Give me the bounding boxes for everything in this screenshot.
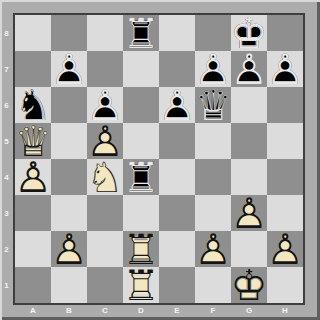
pawn-glyph-fill: ♟ bbox=[195, 232, 231, 268]
square-h7: ♟♙ bbox=[267, 51, 303, 87]
pawn-glyph-fill: ♟ bbox=[15, 160, 51, 196]
file-label-e: E bbox=[159, 303, 195, 318]
piece-black-rook-d8: ♜♖ bbox=[123, 15, 159, 51]
square-f7: ♟♙ bbox=[195, 51, 231, 87]
rank-label-1: 1 bbox=[0, 267, 13, 303]
square-h6 bbox=[267, 87, 303, 123]
square-g8: ♚♔ bbox=[231, 15, 267, 51]
rank-label-6: 6 bbox=[0, 87, 13, 123]
file-label-c: C bbox=[87, 303, 123, 318]
piece-black-king-g8: ♚♔ bbox=[231, 15, 267, 51]
piece-white-queen-a5: ♛♕ bbox=[15, 123, 51, 159]
queen-glyph-fill: ♛ bbox=[15, 124, 51, 160]
square-f4 bbox=[195, 159, 231, 195]
rook-glyph-outline: ♖ bbox=[123, 160, 159, 196]
piece-white-pawn-g3: ♟♙ bbox=[231, 195, 267, 231]
square-a7 bbox=[15, 51, 51, 87]
king-glyph-outline: ♔ bbox=[231, 16, 267, 52]
knight-glyph-outline: ♘ bbox=[87, 160, 123, 196]
square-f3 bbox=[195, 195, 231, 231]
piece-black-rook-d4: ♜♖ bbox=[123, 159, 159, 195]
rook-glyph-fill: ♜ bbox=[123, 16, 159, 52]
pawn-glyph-fill: ♟ bbox=[51, 232, 87, 268]
square-c5: ♟♙ bbox=[87, 123, 123, 159]
square-b4 bbox=[51, 159, 87, 195]
square-f2: ♟♙ bbox=[195, 231, 231, 267]
square-b2: ♟♙ bbox=[51, 231, 87, 267]
rank-label-2: 2 bbox=[0, 231, 13, 267]
square-e8 bbox=[159, 15, 195, 51]
file-label-f: F bbox=[195, 303, 231, 318]
pawn-glyph-outline: ♙ bbox=[231, 196, 267, 232]
king-glyph-outline: ♔ bbox=[231, 268, 267, 304]
pawn-glyph-outline: ♙ bbox=[51, 232, 87, 268]
pawn-glyph-outline: ♙ bbox=[267, 232, 303, 268]
rank-label-7: 7 bbox=[0, 51, 13, 87]
file-label-d: D bbox=[123, 303, 159, 318]
file-labels: ABCDEFGH bbox=[15, 303, 303, 318]
square-h1 bbox=[267, 267, 303, 303]
square-d7 bbox=[123, 51, 159, 87]
square-c3 bbox=[87, 195, 123, 231]
piece-white-pawn-f2: ♟♙ bbox=[195, 231, 231, 267]
piece-white-rook-d1: ♜♖ bbox=[123, 267, 159, 303]
pawn-glyph-outline: ♙ bbox=[51, 52, 87, 88]
pawn-glyph-fill: ♟ bbox=[267, 52, 303, 88]
chess-board: ♜♖♚♔♟♙♟♙♟♙♟♙♞♘♟♙♟♙♛♕♛♕♟♙♟♙♞♘♜♖♟♙♟♙♜♖♟♙♟♙… bbox=[15, 15, 303, 303]
square-h8 bbox=[267, 15, 303, 51]
square-a4: ♟♙ bbox=[15, 159, 51, 195]
pawn-glyph-fill: ♟ bbox=[231, 196, 267, 232]
rook-glyph-fill: ♜ bbox=[123, 160, 159, 196]
square-c6: ♟♙ bbox=[87, 87, 123, 123]
square-c7 bbox=[87, 51, 123, 87]
rank-labels: 87654321 bbox=[0, 15, 13, 303]
rook-glyph-outline: ♖ bbox=[123, 232, 159, 268]
piece-black-pawn-f7: ♟♙ bbox=[195, 51, 231, 87]
knight-glyph-fill: ♞ bbox=[87, 160, 123, 196]
rook-glyph-outline: ♖ bbox=[123, 268, 159, 304]
piece-black-pawn-e6: ♟♙ bbox=[159, 87, 195, 123]
pawn-glyph-fill: ♟ bbox=[267, 232, 303, 268]
piece-white-pawn-a4: ♟♙ bbox=[15, 159, 51, 195]
piece-white-pawn-c5: ♟♙ bbox=[87, 123, 123, 159]
square-f5 bbox=[195, 123, 231, 159]
square-a3 bbox=[15, 195, 51, 231]
square-d4: ♜♖ bbox=[123, 159, 159, 195]
rook-glyph-fill: ♜ bbox=[123, 268, 159, 304]
square-g2 bbox=[231, 231, 267, 267]
piece-white-king-g1: ♚♔ bbox=[231, 267, 267, 303]
square-b6 bbox=[51, 87, 87, 123]
square-b3 bbox=[51, 195, 87, 231]
pawn-glyph-outline: ♙ bbox=[87, 88, 123, 124]
square-b1 bbox=[51, 267, 87, 303]
pawn-glyph-fill: ♟ bbox=[51, 52, 87, 88]
square-c8 bbox=[87, 15, 123, 51]
file-label-g: G bbox=[231, 303, 267, 318]
square-f1 bbox=[195, 267, 231, 303]
file-label-a: A bbox=[15, 303, 51, 318]
square-g1: ♚♔ bbox=[231, 267, 267, 303]
square-g7: ♟♙ bbox=[231, 51, 267, 87]
queen-glyph-outline: ♕ bbox=[195, 88, 231, 124]
pawn-glyph-outline: ♙ bbox=[159, 88, 195, 124]
rank-label-5: 5 bbox=[0, 123, 13, 159]
file-label-b: B bbox=[51, 303, 87, 318]
square-f8 bbox=[195, 15, 231, 51]
square-g6 bbox=[231, 87, 267, 123]
chess-diagram-frame: 87654321 ABCDEFGH ♜♖♚♔♟♙♟♙♟♙♟♙♞♘♟♙♟♙♛♕♛♕… bbox=[0, 0, 320, 320]
square-f6: ♛♕ bbox=[195, 87, 231, 123]
pawn-glyph-fill: ♟ bbox=[159, 88, 195, 124]
knight-glyph-fill: ♞ bbox=[15, 88, 51, 124]
queen-glyph-outline: ♕ bbox=[15, 124, 51, 160]
square-e3 bbox=[159, 195, 195, 231]
rank-label-4: 4 bbox=[0, 159, 13, 195]
king-glyph-fill: ♚ bbox=[231, 268, 267, 304]
square-e6: ♟♙ bbox=[159, 87, 195, 123]
square-a8 bbox=[15, 15, 51, 51]
pawn-glyph-outline: ♙ bbox=[195, 52, 231, 88]
square-e7 bbox=[159, 51, 195, 87]
pawn-glyph-outline: ♙ bbox=[87, 124, 123, 160]
square-d5 bbox=[123, 123, 159, 159]
rook-glyph-outline: ♖ bbox=[123, 16, 159, 52]
square-e1 bbox=[159, 267, 195, 303]
square-b7: ♟♙ bbox=[51, 51, 87, 87]
square-c1 bbox=[87, 267, 123, 303]
piece-white-rook-d2: ♜♖ bbox=[123, 231, 159, 267]
rank-label-8: 8 bbox=[0, 15, 13, 51]
pawn-glyph-outline: ♙ bbox=[195, 232, 231, 268]
square-g5 bbox=[231, 123, 267, 159]
square-b5 bbox=[51, 123, 87, 159]
square-g3: ♟♙ bbox=[231, 195, 267, 231]
square-a1 bbox=[15, 267, 51, 303]
pawn-glyph-fill: ♟ bbox=[231, 52, 267, 88]
pawn-glyph-fill: ♟ bbox=[87, 88, 123, 124]
piece-black-knight-a6: ♞♘ bbox=[15, 87, 51, 123]
square-b8 bbox=[51, 15, 87, 51]
king-glyph-fill: ♚ bbox=[231, 16, 267, 52]
pawn-glyph-fill: ♟ bbox=[195, 52, 231, 88]
square-d1: ♜♖ bbox=[123, 267, 159, 303]
piece-black-pawn-b7: ♟♙ bbox=[51, 51, 87, 87]
square-a2 bbox=[15, 231, 51, 267]
square-c4: ♞♘ bbox=[87, 159, 123, 195]
piece-black-pawn-g7: ♟♙ bbox=[231, 51, 267, 87]
square-h4 bbox=[267, 159, 303, 195]
square-d8: ♜♖ bbox=[123, 15, 159, 51]
piece-white-pawn-h2: ♟♙ bbox=[267, 231, 303, 267]
square-g4 bbox=[231, 159, 267, 195]
board-outline: ♜♖♚♔♟♙♟♙♟♙♟♙♞♘♟♙♟♙♛♕♛♕♟♙♟♙♞♘♜♖♟♙♟♙♜♖♟♙♟♙… bbox=[13, 13, 305, 305]
pawn-glyph-fill: ♟ bbox=[87, 124, 123, 160]
rook-glyph-fill: ♜ bbox=[123, 232, 159, 268]
square-a6: ♞♘ bbox=[15, 87, 51, 123]
piece-black-pawn-h7: ♟♙ bbox=[267, 51, 303, 87]
pawn-glyph-outline: ♙ bbox=[267, 52, 303, 88]
knight-glyph-outline: ♘ bbox=[15, 88, 51, 124]
square-a5: ♛♕ bbox=[15, 123, 51, 159]
piece-black-pawn-c6: ♟♙ bbox=[87, 87, 123, 123]
square-e4 bbox=[159, 159, 195, 195]
square-e2 bbox=[159, 231, 195, 267]
square-h5 bbox=[267, 123, 303, 159]
square-d2: ♜♖ bbox=[123, 231, 159, 267]
piece-white-pawn-b2: ♟♙ bbox=[51, 231, 87, 267]
pawn-glyph-outline: ♙ bbox=[231, 52, 267, 88]
queen-glyph-fill: ♛ bbox=[195, 88, 231, 124]
pawn-glyph-outline: ♙ bbox=[15, 160, 51, 196]
piece-black-queen-f6: ♛♕ bbox=[195, 87, 231, 123]
square-h3 bbox=[267, 195, 303, 231]
rank-label-3: 3 bbox=[0, 195, 13, 231]
square-c2 bbox=[87, 231, 123, 267]
file-label-h: H bbox=[267, 303, 303, 318]
square-d3 bbox=[123, 195, 159, 231]
piece-white-knight-c4: ♞♘ bbox=[87, 159, 123, 195]
square-e5 bbox=[159, 123, 195, 159]
square-h2: ♟♙ bbox=[267, 231, 303, 267]
square-d6 bbox=[123, 87, 159, 123]
